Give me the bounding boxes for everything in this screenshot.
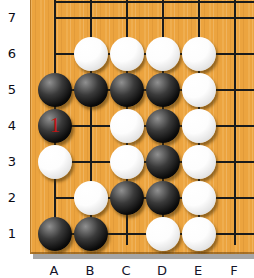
intersection-C3[interactable] [109,144,145,180]
intersection-F1[interactable] [217,216,253,252]
stone-black-C5[interactable] [110,73,144,107]
intersection-B1[interactable] [73,216,109,252]
intersection-B5[interactable] [73,72,109,108]
stone-white-E6[interactable] [182,37,216,71]
intersection-A2[interactable] [37,180,73,216]
stone-black-C2[interactable] [110,181,144,215]
stone-black-B5[interactable] [74,73,108,107]
stone-white-C3[interactable] [110,145,144,179]
stone-black-D4[interactable] [146,109,180,143]
intersection-A6[interactable] [37,36,73,72]
stone-black-A1[interactable] [38,217,72,251]
row-label-4: 4 [0,118,24,134]
stone-black-D2[interactable] [146,181,180,215]
intersection-F6[interactable] [217,36,253,72]
intersection-D2[interactable] [145,180,181,216]
stone-black-D5[interactable] [146,73,180,107]
intersection-F4[interactable] [217,108,253,144]
stone-white-C4[interactable] [110,109,144,143]
intersection-E1[interactable] [181,216,217,252]
row-label-2: 2 [0,190,24,206]
intersection-D3[interactable] [145,144,181,180]
intersection-E5[interactable] [181,72,217,108]
intersection-E2[interactable] [181,180,217,216]
stone-white-A3[interactable] [38,145,72,179]
row-label-1: 1 [0,226,24,242]
intersection-A7[interactable] [37,0,73,36]
intersection-B3[interactable] [73,144,109,180]
intersection-D6[interactable] [145,36,181,72]
col-label-B: B [79,263,101,278]
stone-white-D1[interactable] [146,217,180,251]
intersection-C5[interactable] [109,72,145,108]
intersection-A5[interactable] [37,72,73,108]
board-shadow [33,254,254,259]
intersection-E3[interactable] [181,144,217,180]
intersection-A1[interactable] [37,216,73,252]
intersection-F3[interactable] [217,144,253,180]
intersection-B6[interactable] [73,36,109,72]
intersection-D4[interactable] [145,108,181,144]
intersection-E6[interactable] [181,36,217,72]
row-label-5: 5 [0,82,24,98]
intersection-A3[interactable] [37,144,73,180]
stone-white-B2[interactable] [74,181,108,215]
stone-black-A5[interactable] [38,73,72,107]
intersection-C6[interactable] [109,36,145,72]
stone-white-E4[interactable] [182,109,216,143]
row-label-3: 3 [0,154,24,170]
row-label-6: 6 [0,46,24,62]
stone-white-C6[interactable] [110,37,144,71]
stone-black-B1[interactable] [74,217,108,251]
stone-white-B6[interactable] [74,37,108,71]
intersection-D5[interactable] [145,72,181,108]
intersection-B4[interactable] [73,108,109,144]
stone-white-E2[interactable] [182,181,216,215]
intersection-C4[interactable] [109,108,145,144]
intersection-F7[interactable] [217,0,253,36]
intersection-B7[interactable] [73,0,109,36]
col-label-E: E [187,263,209,278]
stone-black-A4[interactable]: 1 [38,109,72,143]
intersection-D1[interactable] [145,216,181,252]
col-label-F: F [223,263,245,278]
move-number-marker: 1 [50,115,61,136]
stone-white-E1[interactable] [182,217,216,251]
intersection-A4[interactable]: 1 [37,108,73,144]
stone-white-E5[interactable] [182,73,216,107]
col-label-C: C [115,263,137,278]
row-label-7: 7 [0,10,24,26]
go-board: 1 [30,0,254,254]
intersection-C7[interactable] [109,0,145,36]
intersection-B2[interactable] [73,180,109,216]
col-label-A: A [43,263,65,278]
col-label-D: D [151,263,173,278]
stone-white-D6[interactable] [146,37,180,71]
intersection-F2[interactable] [217,180,253,216]
stone-black-D3[interactable] [146,145,180,179]
intersection-F5[interactable] [217,72,253,108]
go-diagram-page: 1 7654321 ABCDEF [0,0,254,278]
stone-white-E3[interactable] [182,145,216,179]
intersection-C2[interactable] [109,180,145,216]
intersection-E4[interactable] [181,108,217,144]
intersection-D7[interactable] [145,0,181,36]
intersection-C1[interactable] [109,216,145,252]
intersection-E7[interactable] [181,0,217,36]
